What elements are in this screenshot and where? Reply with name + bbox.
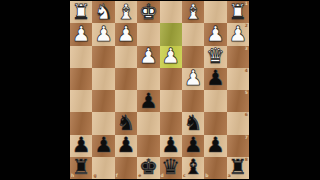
square-h6[interactable] xyxy=(70,112,92,134)
square-g7[interactable]: ♟ xyxy=(92,135,114,157)
square-b6[interactable] xyxy=(204,112,226,134)
square-a8[interactable]: ♜8a xyxy=(227,157,249,179)
square-d6[interactable] xyxy=(160,112,182,134)
piece-white-king[interactable]: ♚ xyxy=(139,1,158,22)
file-label-f: f xyxy=(116,174,118,179)
rank-label-7: 7 xyxy=(245,136,248,141)
screen: ♜♞♝♚♝♜1♟♟♟♟♟2♟♟♛3♟♟4♟5♞♞6♟♟♟♟♟♟7♜hgf♚e♛d… xyxy=(0,0,320,180)
square-g8[interactable]: g xyxy=(92,157,114,179)
piece-black-pawn[interactable]: ♟ xyxy=(94,135,113,156)
piece-white-knight[interactable]: ♞ xyxy=(94,1,113,22)
square-b7[interactable]: ♟ xyxy=(204,135,226,157)
square-c5[interactable] xyxy=(182,90,204,112)
square-h3[interactable] xyxy=(70,46,92,68)
square-e4[interactable] xyxy=(137,68,159,90)
square-e2[interactable] xyxy=(137,23,159,45)
square-f3[interactable] xyxy=(115,46,137,68)
square-c6[interactable]: ♞ xyxy=(182,112,204,134)
square-c8[interactable]: ♝c xyxy=(182,157,204,179)
square-f1[interactable]: ♝ xyxy=(115,1,137,23)
rank-label-2: 2 xyxy=(245,24,248,29)
file-label-d: d xyxy=(161,174,164,179)
square-g6[interactable] xyxy=(92,112,114,134)
piece-black-knight[interactable]: ♞ xyxy=(117,112,136,133)
square-d1[interactable] xyxy=(160,1,182,23)
file-label-h: h xyxy=(71,174,74,179)
piece-black-pawn[interactable]: ♟ xyxy=(161,135,180,156)
piece-black-queen[interactable]: ♛ xyxy=(161,157,180,178)
piece-white-pawn[interactable]: ♟ xyxy=(184,68,203,89)
piece-white-pawn[interactable]: ♟ xyxy=(72,23,91,44)
square-d3[interactable]: ♟ xyxy=(160,46,182,68)
square-b5[interactable] xyxy=(204,90,226,112)
square-b4[interactable]: ♟ xyxy=(204,68,226,90)
letterbox-left xyxy=(0,0,70,180)
piece-white-bishop[interactable]: ♝ xyxy=(117,1,136,22)
square-c3[interactable] xyxy=(182,46,204,68)
square-b8[interactable]: b xyxy=(204,157,226,179)
chess-board: ♜♞♝♚♝♜1♟♟♟♟♟2♟♟♛3♟♟4♟5♞♞6♟♟♟♟♟♟7♜hgf♚e♛d… xyxy=(70,1,249,179)
rank-label-8: 8 xyxy=(245,158,248,163)
square-c1[interactable]: ♝ xyxy=(182,1,204,23)
square-d7[interactable]: ♟ xyxy=(160,135,182,157)
piece-white-rook[interactable]: ♜ xyxy=(72,1,91,22)
square-h7[interactable]: ♟ xyxy=(70,135,92,157)
square-d2[interactable] xyxy=(160,23,182,45)
square-f4[interactable] xyxy=(115,68,137,90)
square-a6[interactable]: 6 xyxy=(227,112,249,134)
square-g1[interactable]: ♞ xyxy=(92,1,114,23)
file-label-a: a xyxy=(228,174,231,179)
piece-black-pawn[interactable]: ♟ xyxy=(206,135,225,156)
piece-black-knight[interactable]: ♞ xyxy=(184,112,203,133)
file-label-e: e xyxy=(138,174,141,179)
square-e6[interactable] xyxy=(137,112,159,134)
square-e8[interactable]: ♚e xyxy=(137,157,159,179)
square-a3[interactable]: 3 xyxy=(227,46,249,68)
piece-black-pawn[interactable]: ♟ xyxy=(72,135,91,156)
square-c7[interactable]: ♟ xyxy=(182,135,204,157)
square-a2[interactable]: ♟2 xyxy=(227,23,249,45)
piece-black-pawn[interactable]: ♟ xyxy=(117,135,136,156)
square-f8[interactable]: f xyxy=(115,157,137,179)
square-h5[interactable] xyxy=(70,90,92,112)
piece-black-pawn[interactable]: ♟ xyxy=(184,135,203,156)
piece-white-bishop[interactable]: ♝ xyxy=(184,1,203,22)
piece-black-bishop[interactable]: ♝ xyxy=(184,157,203,178)
square-h4[interactable] xyxy=(70,68,92,90)
square-h2[interactable]: ♟ xyxy=(70,23,92,45)
square-d8[interactable]: ♛d xyxy=(160,157,182,179)
square-e1[interactable]: ♚ xyxy=(137,1,159,23)
square-g2[interactable]: ♟ xyxy=(92,23,114,45)
file-label-g: g xyxy=(93,174,96,179)
piece-black-pawn[interactable]: ♟ xyxy=(139,90,158,111)
square-f5[interactable] xyxy=(115,90,137,112)
square-g5[interactable] xyxy=(92,90,114,112)
square-c2[interactable] xyxy=(182,23,204,45)
square-a7[interactable]: 7 xyxy=(227,135,249,157)
square-b3[interactable]: ♛ xyxy=(204,46,226,68)
square-h1[interactable]: ♜ xyxy=(70,1,92,23)
square-d4[interactable] xyxy=(160,68,182,90)
square-h8[interactable]: ♜h xyxy=(70,157,92,179)
letterbox-right xyxy=(249,0,320,180)
square-d5[interactable] xyxy=(160,90,182,112)
piece-black-rook[interactable]: ♜ xyxy=(72,157,91,178)
piece-white-pawn[interactable]: ♟ xyxy=(94,23,113,44)
square-e5[interactable]: ♟ xyxy=(137,90,159,112)
file-label-c: c xyxy=(183,174,186,179)
square-a4[interactable]: 4 xyxy=(227,68,249,90)
piece-white-pawn[interactable]: ♟ xyxy=(139,46,158,67)
rank-label-4: 4 xyxy=(245,69,248,74)
square-f6[interactable]: ♞ xyxy=(115,112,137,134)
piece-black-king[interactable]: ♚ xyxy=(139,157,158,178)
piece-black-pawn[interactable]: ♟ xyxy=(206,68,225,89)
square-b2[interactable]: ♟ xyxy=(204,23,226,45)
piece-white-pawn[interactable]: ♟ xyxy=(117,23,136,44)
rank-label-5: 5 xyxy=(245,91,248,96)
piece-white-pawn[interactable]: ♟ xyxy=(206,23,225,44)
square-g4[interactable] xyxy=(92,68,114,90)
square-f7[interactable]: ♟ xyxy=(115,135,137,157)
square-f2[interactable]: ♟ xyxy=(115,23,137,45)
piece-white-pawn[interactable]: ♟ xyxy=(161,46,180,67)
rank-label-3: 3 xyxy=(245,47,248,52)
square-c4[interactable]: ♟ xyxy=(182,68,204,90)
rank-label-6: 6 xyxy=(245,113,248,118)
square-g3[interactable] xyxy=(92,46,114,68)
square-a1[interactable]: ♜1 xyxy=(227,1,249,23)
square-a5[interactable]: 5 xyxy=(227,90,249,112)
square-e7[interactable] xyxy=(137,135,159,157)
square-b1[interactable] xyxy=(204,1,226,23)
square-e3[interactable]: ♟ xyxy=(137,46,159,68)
rank-label-1: 1 xyxy=(245,2,248,7)
piece-white-queen[interactable]: ♛ xyxy=(206,46,225,67)
file-label-b: b xyxy=(205,174,208,179)
